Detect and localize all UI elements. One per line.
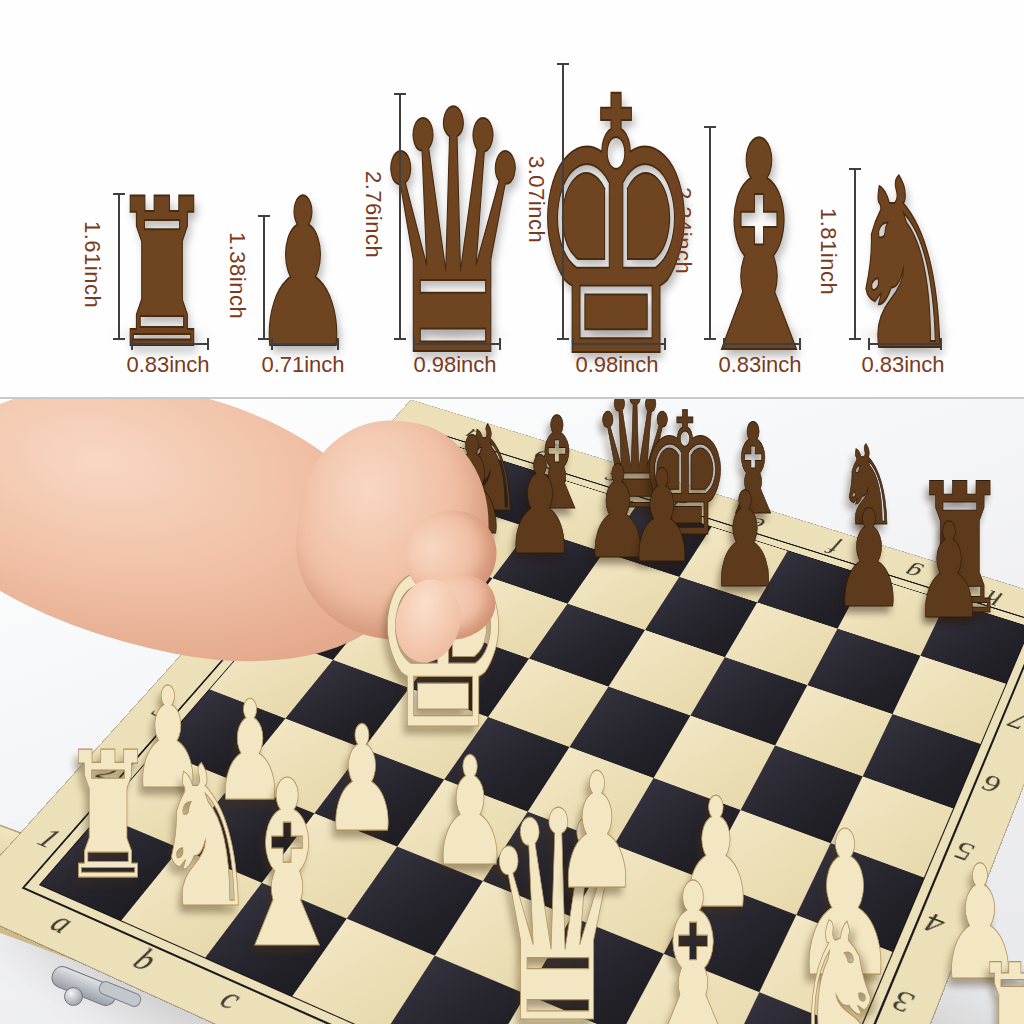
queen-width-ruler xyxy=(413,338,501,350)
knight-width-ruler xyxy=(868,338,942,350)
chessboard-photo: aabbccddeeffgghh1122334455667788 ♞♝♛♚♝♞♜… xyxy=(0,397,1024,1024)
rook-width-label: 0.83inch xyxy=(126,352,209,378)
queen-height-label: 2.76inch xyxy=(356,93,390,336)
king-height-ruler xyxy=(557,63,569,340)
rook-height-ruler xyxy=(113,193,125,340)
clasp-ball xyxy=(64,987,83,1006)
product-image: ♜1.61inch0.83inch♟1.38inch0.71inch♛2.76i… xyxy=(0,0,1024,1024)
bishop-width-ruler xyxy=(723,338,801,350)
pawn-height-ruler xyxy=(258,215,270,340)
queen-height-ruler xyxy=(394,93,406,340)
bishop-height-label: 2.24inch xyxy=(666,126,700,336)
knight-width-label: 0.83inch xyxy=(861,352,944,378)
bishop-height-ruler xyxy=(704,126,716,340)
knight-height-label: 1.81inch xyxy=(811,168,845,336)
bishop-width-label: 0.83inch xyxy=(718,352,801,378)
king-width-label: 0.98inch xyxy=(575,352,658,378)
held-king-slot: ♚ xyxy=(0,399,1024,1024)
king-height-label: 3.07inch xyxy=(519,63,553,336)
knight-height-ruler xyxy=(849,168,861,340)
piece-size-chart: ♜1.61inch0.83inch♟1.38inch0.71inch♛2.76i… xyxy=(0,0,1024,397)
king-width-ruler xyxy=(572,338,666,350)
pawn-width-label: 0.71inch xyxy=(261,352,344,378)
queen-width-label: 0.98inch xyxy=(413,352,496,378)
pawn-height-label: 1.38inch xyxy=(220,215,254,336)
rook-height-label: 1.61inch xyxy=(75,193,109,336)
pawn-width-ruler xyxy=(271,338,339,350)
rook-width-ruler xyxy=(131,338,209,350)
